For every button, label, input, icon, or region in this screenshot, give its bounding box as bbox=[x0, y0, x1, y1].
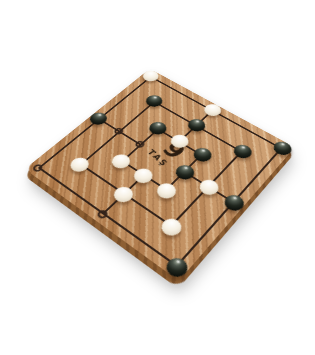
board-grid: 9 TAŞ bbox=[38, 76, 283, 267]
product-photo-stage: 9 TAŞ bbox=[0, 0, 315, 355]
board-shadow: 9 TAŞ bbox=[0, 0, 315, 355]
morris-board: 9 TAŞ bbox=[25, 69, 295, 281]
board-3d-wrapper: 9 TAŞ bbox=[25, 69, 295, 281]
